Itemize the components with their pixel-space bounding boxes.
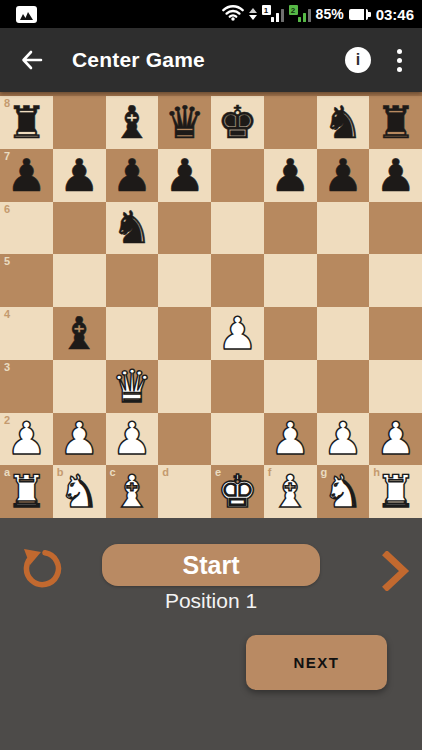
white-pawn: ♟ [112,416,152,461]
square-d6[interactable] [158,202,211,255]
status-bar-left [8,6,37,23]
black-pawn: ♟ [270,153,310,198]
white-knight: ♞ [59,469,99,514]
square-d4[interactable] [158,307,211,360]
square-c7[interactable]: ♟ [106,149,159,202]
square-g3[interactable] [317,360,370,413]
phone-screen: 1 2 85% 03:46 Center Game i 8♜♝ [0,0,422,750]
start-button-label: Start [183,551,240,580]
square-a4[interactable]: 4 [0,307,53,360]
square-a1[interactable]: a♜ [0,465,53,518]
square-h1[interactable]: h♜ [369,465,422,518]
overflow-menu-icon[interactable] [393,45,406,76]
coord-label: b [57,467,64,478]
square-g8[interactable]: ♞ [317,96,370,149]
coord-label: c [110,467,116,478]
black-pawn: ♟ [164,153,204,198]
black-pawn: ♟ [112,153,152,198]
coord-label: 2 [4,415,10,426]
square-h6[interactable] [369,202,422,255]
black-king: ♚ [217,100,257,145]
back-button[interactable] [16,44,48,76]
black-queen: ♛ [164,100,204,145]
square-b6[interactable] [53,202,106,255]
sim2-badge: 2 [289,5,298,15]
coord-label: 5 [4,256,10,267]
square-b1[interactable]: b♞ [53,465,106,518]
square-f7[interactable]: ♟ [264,149,317,202]
square-d5[interactable] [158,254,211,307]
black-pawn: ♟ [375,153,415,198]
black-pawn: ♟ [6,153,46,198]
square-e7[interactable] [211,149,264,202]
square-a6[interactable]: 6 [0,202,53,255]
next-button[interactable]: NEXT [246,635,387,690]
white-knight: ♞ [323,469,363,514]
white-pawn: ♟ [6,416,46,461]
next-position-chevron-icon[interactable] [380,551,410,591]
bottom-panel: Start Position 1 NEXT [0,518,422,750]
square-c5[interactable] [106,254,159,307]
coord-label: 4 [4,309,10,320]
page-title: Center Game [72,48,205,72]
white-bishop: ♝ [270,469,310,514]
screenshot-notification-icon [16,6,37,23]
white-king: ♚ [217,469,257,514]
square-d3[interactable] [158,360,211,413]
chess-board: 8♜♝♛♚♞♜7♟♟♟♟♟♟♟6♞54♝♟3♛2♟♟♟♟♟♟a♜b♞c♝de♚f… [0,96,422,518]
square-a3[interactable]: 3 [0,360,53,413]
square-f5[interactable] [264,254,317,307]
white-pawn: ♟ [375,416,415,461]
coord-label: d [162,467,169,478]
square-b4[interactable]: ♝ [53,307,106,360]
square-f8[interactable] [264,96,317,149]
square-b3[interactable] [53,360,106,413]
position-label: Position 1 [0,589,422,613]
square-g6[interactable] [317,202,370,255]
white-rook: ♜ [6,469,46,514]
square-c8[interactable]: ♝ [106,96,159,149]
square-d1[interactable]: d [158,465,211,518]
white-pawn: ♟ [59,416,99,461]
start-button[interactable]: Start [102,544,320,586]
square-f4[interactable] [264,307,317,360]
square-e8[interactable]: ♚ [211,96,264,149]
white-pawn: ♟ [270,416,310,461]
square-f6[interactable] [264,202,317,255]
coord-label: f [268,467,272,478]
coord-label: 6 [4,204,10,215]
square-c1[interactable]: c♝ [106,465,159,518]
sim2-signal-icon: 2 [289,5,311,23]
coord-label: 7 [4,151,10,162]
app-bar-actions: i [345,45,406,76]
square-d2[interactable] [158,413,211,466]
coord-label: e [215,467,221,478]
square-f2[interactable]: ♟ [264,413,317,466]
square-g4[interactable] [317,307,370,360]
restart-icon[interactable] [20,546,62,592]
square-g2[interactable]: ♟ [317,413,370,466]
square-g1[interactable]: g♞ [317,465,370,518]
square-e1[interactable]: e♚ [211,465,264,518]
square-a2[interactable]: 2♟ [0,413,53,466]
coord-label: h [373,467,380,478]
status-time: 03:46 [376,6,414,23]
square-e3[interactable] [211,360,264,413]
square-b7[interactable]: ♟ [53,149,106,202]
square-b2[interactable]: ♟ [53,413,106,466]
black-pawn: ♟ [59,153,99,198]
coord-label: 3 [4,362,10,373]
coord-label: a [4,467,10,478]
black-rook: ♜ [375,100,415,145]
sim1-badge: 1 [262,5,271,15]
square-h8[interactable]: ♜ [369,96,422,149]
square-g7[interactable]: ♟ [317,149,370,202]
square-d8[interactable]: ♛ [158,96,211,149]
sim1-signal-icon: 1 [262,5,284,23]
square-d7[interactable]: ♟ [158,149,211,202]
battery-icon [349,9,371,20]
white-pawn: ♟ [323,416,363,461]
network-activity-arrows-icon [249,8,257,20]
square-h2[interactable]: ♟ [369,413,422,466]
square-e5[interactable] [211,254,264,307]
square-h5[interactable] [369,254,422,307]
next-button-label: NEXT [293,654,339,671]
square-f3[interactable] [264,360,317,413]
square-a7[interactable]: 7♟ [0,149,53,202]
coord-label: 8 [4,98,10,109]
square-h4[interactable] [369,307,422,360]
app-bar: Center Game i [0,28,422,92]
info-glyph: i [356,51,360,69]
white-bishop: ♝ [112,469,152,514]
white-queen: ♛ [112,364,152,409]
black-knight: ♞ [323,100,363,145]
black-rook: ♜ [6,100,46,145]
square-c6[interactable]: ♞ [106,202,159,255]
square-e2[interactable] [211,413,264,466]
square-h7[interactable]: ♟ [369,149,422,202]
square-f1[interactable]: f♝ [264,465,317,518]
square-g5[interactable] [317,254,370,307]
square-e6[interactable] [211,202,264,255]
status-bar: 1 2 85% 03:46 [0,0,422,28]
black-bishop: ♝ [59,311,99,356]
square-b8[interactable] [53,96,106,149]
white-pawn: ♟ [217,311,257,356]
square-c3[interactable]: ♛ [106,360,159,413]
status-bar-right: 1 2 85% 03:46 [222,4,414,25]
square-h3[interactable] [369,360,422,413]
square-b5[interactable] [53,254,106,307]
black-knight: ♞ [112,205,152,250]
coord-label: g [321,467,328,478]
black-bishop: ♝ [112,100,152,145]
square-c4[interactable] [106,307,159,360]
square-e4[interactable]: ♟ [211,307,264,360]
square-a5[interactable]: 5 [0,254,53,307]
square-c2[interactable]: ♟ [106,413,159,466]
wifi-icon [222,4,244,25]
white-rook: ♜ [375,469,415,514]
black-pawn: ♟ [323,153,363,198]
battery-percent: 85% [316,6,344,22]
square-a8[interactable]: 8♜ [0,96,53,149]
info-icon[interactable]: i [345,47,371,73]
